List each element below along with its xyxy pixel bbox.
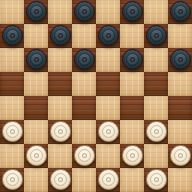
light-piece[interactable] <box>2 169 23 190</box>
square-g5[interactable] <box>144 72 168 96</box>
square-c8 <box>48 0 72 24</box>
light-piece[interactable] <box>146 121 167 142</box>
dark-piece[interactable] <box>146 25 167 46</box>
square-f7 <box>120 24 144 48</box>
square-f5 <box>120 72 144 96</box>
square-g6 <box>144 48 168 72</box>
light-piece[interactable] <box>26 145 47 166</box>
dark-piece[interactable] <box>26 49 47 70</box>
dark-piece[interactable] <box>122 49 143 70</box>
square-d4[interactable] <box>72 96 96 120</box>
square-f1 <box>120 168 144 192</box>
dark-piece[interactable] <box>74 49 95 70</box>
light-piece[interactable] <box>122 145 143 166</box>
square-a5[interactable] <box>0 72 24 96</box>
square-g3[interactable] <box>144 120 168 144</box>
square-d7 <box>72 24 96 48</box>
square-d3 <box>72 120 96 144</box>
square-h5 <box>168 72 192 96</box>
dark-piece[interactable] <box>170 49 191 70</box>
square-f8[interactable] <box>120 0 144 24</box>
square-g1[interactable] <box>144 168 168 192</box>
square-g7[interactable] <box>144 24 168 48</box>
dark-piece[interactable] <box>170 1 191 22</box>
checkers-board <box>0 0 192 192</box>
dark-piece[interactable] <box>2 25 23 46</box>
light-piece[interactable] <box>50 121 71 142</box>
square-c4 <box>48 96 72 120</box>
square-g4 <box>144 96 168 120</box>
square-b2[interactable] <box>24 144 48 168</box>
square-f2[interactable] <box>120 144 144 168</box>
dark-piece[interactable] <box>74 1 95 22</box>
square-b7 <box>24 24 48 48</box>
square-a8 <box>0 0 24 24</box>
square-e1[interactable] <box>96 168 120 192</box>
square-b4[interactable] <box>24 96 48 120</box>
light-piece[interactable] <box>98 121 119 142</box>
light-piece[interactable] <box>74 145 95 166</box>
square-a1[interactable] <box>0 168 24 192</box>
square-a2 <box>0 144 24 168</box>
square-c2 <box>48 144 72 168</box>
square-e4 <box>96 96 120 120</box>
dark-piece[interactable] <box>122 1 143 22</box>
square-h6[interactable] <box>168 48 192 72</box>
square-d8[interactable] <box>72 0 96 24</box>
square-f3 <box>120 120 144 144</box>
square-f6[interactable] <box>120 48 144 72</box>
light-piece[interactable] <box>146 169 167 190</box>
dark-piece[interactable] <box>26 1 47 22</box>
square-b3 <box>24 120 48 144</box>
square-d1 <box>72 168 96 192</box>
square-d2[interactable] <box>72 144 96 168</box>
light-piece[interactable] <box>2 121 23 142</box>
square-b1 <box>24 168 48 192</box>
square-e3[interactable] <box>96 120 120 144</box>
square-e7[interactable] <box>96 24 120 48</box>
square-f4[interactable] <box>120 96 144 120</box>
dark-piece[interactable] <box>98 25 119 46</box>
square-e8 <box>96 0 120 24</box>
dark-piece[interactable] <box>50 25 71 46</box>
square-b6[interactable] <box>24 48 48 72</box>
light-piece[interactable] <box>98 169 119 190</box>
square-a6 <box>0 48 24 72</box>
square-c7[interactable] <box>48 24 72 48</box>
square-g2 <box>144 144 168 168</box>
square-e6 <box>96 48 120 72</box>
light-piece[interactable] <box>50 169 71 190</box>
square-c5[interactable] <box>48 72 72 96</box>
square-h4[interactable] <box>168 96 192 120</box>
square-e5[interactable] <box>96 72 120 96</box>
square-e2 <box>96 144 120 168</box>
square-c1[interactable] <box>48 168 72 192</box>
square-h3 <box>168 120 192 144</box>
square-h1 <box>168 168 192 192</box>
square-g8 <box>144 0 168 24</box>
square-a7[interactable] <box>0 24 24 48</box>
square-a3[interactable] <box>0 120 24 144</box>
square-h8[interactable] <box>168 0 192 24</box>
square-d5 <box>72 72 96 96</box>
square-d6[interactable] <box>72 48 96 72</box>
square-b8[interactable] <box>24 0 48 24</box>
square-h7 <box>168 24 192 48</box>
square-c3[interactable] <box>48 120 72 144</box>
square-h2[interactable] <box>168 144 192 168</box>
square-b5 <box>24 72 48 96</box>
square-a4 <box>0 96 24 120</box>
square-c6 <box>48 48 72 72</box>
light-piece[interactable] <box>170 145 191 166</box>
